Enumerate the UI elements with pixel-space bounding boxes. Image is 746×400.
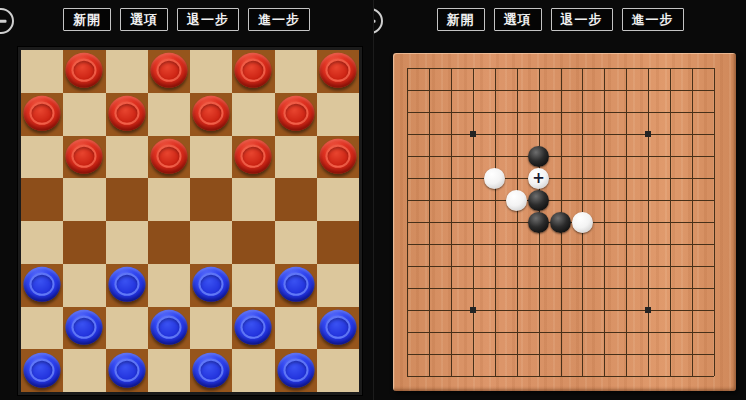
square-6-2[interactable] [106,307,148,350]
white-stone-5-6[interactable] [506,190,527,211]
new-game-button[interactable]: 新開 [63,8,111,31]
grid-line-vertical [604,68,605,376]
blue-piece[interactable] [24,352,61,387]
black-stone-6-7[interactable] [528,212,549,233]
new-game-button[interactable]: 新開 [437,8,485,31]
blue-piece[interactable] [319,310,356,345]
square-0-6[interactable] [275,50,317,93]
square-3-5[interactable] [232,178,274,221]
square-1-0[interactable] [21,93,63,136]
black-stone-6-6[interactable] [528,190,549,211]
square-7-0[interactable] [21,349,63,392]
square-6-3[interactable] [148,307,190,350]
square-5-2[interactable] [106,264,148,307]
white-stone-6-5[interactable]: + [528,168,549,189]
square-2-1[interactable] [63,136,105,179]
square-6-6[interactable] [275,307,317,350]
square-4-5[interactable] [232,221,274,264]
square-2-2[interactable] [106,136,148,179]
square-3-6[interactable] [275,178,317,221]
blue-piece[interactable] [235,310,272,345]
blue-piece[interactable] [108,352,145,387]
square-2-0[interactable] [21,136,63,179]
square-4-7[interactable] [317,221,359,264]
square-4-6[interactable] [275,221,317,264]
square-4-0[interactable] [21,221,63,264]
square-4-3[interactable] [148,221,190,264]
checkers-toolbar: 新開 選項 退一步 進一步 [0,8,373,31]
grid-line-horizontal [407,244,714,245]
square-5-0[interactable] [21,264,63,307]
options-button[interactable]: 選項 [494,8,542,31]
square-6-5[interactable] [232,307,274,350]
square-2-7[interactable] [317,136,359,179]
gomoku-board[interactable]: + [393,53,736,391]
square-7-6[interactable] [275,349,317,392]
black-stone-6-4[interactable] [528,146,549,167]
square-5-4[interactable] [190,264,232,307]
black-stone-7-7[interactable] [550,212,571,233]
minus-icon [0,20,7,23]
square-7-1[interactable] [63,349,105,392]
white-stone-4-5[interactable] [484,168,505,189]
square-7-5[interactable] [232,349,274,392]
grid-line-horizontal [407,354,714,355]
square-2-4[interactable] [190,136,232,179]
red-piece[interactable] [193,96,230,131]
gomoku-grid[interactable]: + [407,68,714,376]
square-4-1[interactable] [63,221,105,264]
square-3-4[interactable] [190,178,232,221]
step-back-button[interactable]: 退一步 [551,8,613,31]
square-4-2[interactable] [106,221,148,264]
grid-line-horizontal [407,310,714,311]
square-5-7[interactable] [317,264,359,307]
red-piece[interactable] [319,53,356,88]
last-move-marker: + [528,168,549,189]
square-1-7[interactable] [317,93,359,136]
square-1-1[interactable] [63,93,105,136]
grid-line-vertical [626,68,627,376]
blue-piece[interactable] [150,310,187,345]
red-piece[interactable] [66,53,103,88]
square-2-6[interactable] [275,136,317,179]
square-0-1[interactable] [63,50,105,93]
square-6-1[interactable] [63,307,105,350]
square-5-6[interactable] [275,264,317,307]
red-piece[interactable] [24,96,61,131]
app-stage: 新開 選項 退一步 進一步 新開 選項 退一步 進一步 + [0,0,746,400]
square-1-3[interactable] [148,93,190,136]
square-3-7[interactable] [317,178,359,221]
gomoku-toolbar: 新開 選項 退一步 進一步 [374,8,746,31]
square-6-4[interactable] [190,307,232,350]
red-piece[interactable] [235,139,272,174]
square-6-7[interactable] [317,307,359,350]
step-back-button[interactable]: 退一步 [177,8,239,31]
blue-piece[interactable] [277,267,314,302]
square-0-7[interactable] [317,50,359,93]
grid-line-horizontal [407,332,714,333]
red-piece[interactable] [108,96,145,131]
grid-line-vertical [692,68,693,376]
square-6-0[interactable] [21,307,63,350]
red-piece[interactable] [319,139,356,174]
square-4-4[interactable] [190,221,232,264]
square-0-5[interactable] [232,50,274,93]
star-point [470,307,476,313]
square-3-1[interactable] [63,178,105,221]
minus-icon [373,20,376,23]
red-piece[interactable] [277,96,314,131]
grid-line-horizontal [407,376,714,377]
square-0-3[interactable] [148,50,190,93]
star-point [645,131,651,137]
red-piece[interactable] [150,139,187,174]
grid-line-horizontal [407,288,714,289]
star-point [470,131,476,137]
red-piece[interactable] [66,139,103,174]
square-1-6[interactable] [275,93,317,136]
options-button[interactable]: 選項 [120,8,168,31]
blue-piece[interactable] [193,352,230,387]
square-1-4[interactable] [190,93,232,136]
square-3-3[interactable] [148,178,190,221]
checkers-board[interactable] [18,47,362,395]
blue-piece[interactable] [108,267,145,302]
grid-line-vertical [648,68,649,376]
square-3-2[interactable] [106,178,148,221]
square-2-5[interactable] [232,136,274,179]
blue-piece[interactable] [24,267,61,302]
gomoku-panel: 新開 選項 退一步 進一步 + [373,0,746,400]
square-0-2[interactable] [106,50,148,93]
blue-piece[interactable] [193,267,230,302]
square-1-5[interactable] [232,93,274,136]
step-forward-button[interactable]: 進一步 [622,8,684,31]
square-5-1[interactable] [63,264,105,307]
square-0-4[interactable] [190,50,232,93]
square-7-3[interactable] [148,349,190,392]
red-piece[interactable] [150,53,187,88]
square-7-2[interactable] [106,349,148,392]
square-3-0[interactable] [21,178,63,221]
white-stone-8-7[interactable] [572,212,593,233]
grid-line-vertical [670,68,671,376]
square-2-3[interactable] [148,136,190,179]
square-1-2[interactable] [106,93,148,136]
square-0-0[interactable] [21,50,63,93]
grid-line-horizontal [407,266,714,267]
red-piece[interactable] [235,53,272,88]
checkers-panel: 新開 選項 退一步 進一步 [0,0,373,400]
grid-line-vertical [714,68,715,376]
blue-piece[interactable] [66,310,103,345]
star-point [645,307,651,313]
step-forward-button[interactable]: 進一步 [248,8,310,31]
square-7-7[interactable] [317,349,359,392]
blue-piece[interactable] [277,352,314,387]
square-7-4[interactable] [190,349,232,392]
square-5-3[interactable] [148,264,190,307]
square-5-5[interactable] [232,264,274,307]
